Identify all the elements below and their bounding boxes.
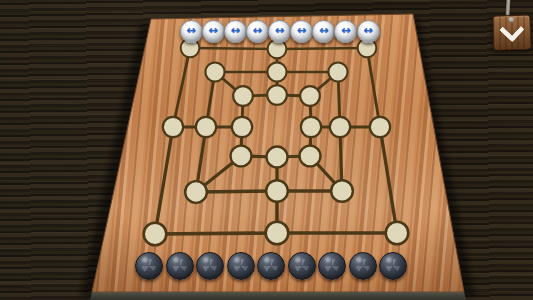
double-arrow-mark: ↔ <box>209 25 218 36</box>
white-reserve-marble-1[interactable]: ○↔ <box>180 20 203 43</box>
board-point-d6[interactable] <box>267 62 286 81</box>
board-point-g1[interactable] <box>386 222 409 245</box>
menu-pull-tab[interactable] <box>492 14 531 50</box>
double-arrow-mark: ↔ <box>363 25 372 36</box>
black-reserve-marble-3[interactable]: ● <box>196 252 224 280</box>
board-point-d3[interactable] <box>267 147 288 168</box>
white-reserve-marble-4[interactable]: ○↔ <box>246 20 269 43</box>
white-reserve-marble-6[interactable]: ○↔ <box>290 20 313 43</box>
table-scene: ○↔○↔○↔○↔○↔○↔○↔○↔○↔●●●●●●●●● <box>0 0 533 300</box>
white-reserve-marble-7[interactable]: ○↔ <box>312 20 335 43</box>
double-arrow-mark: ↔ <box>231 25 240 36</box>
board-line-d7-g7 <box>277 48 367 49</box>
pinwheel-pattern <box>294 259 308 273</box>
board-point-b4[interactable] <box>196 117 216 137</box>
board-point-c4[interactable] <box>232 117 252 137</box>
board-line-d1-a1 <box>155 233 277 234</box>
double-arrow-mark: ↔ <box>186 25 195 36</box>
black-reserve-marble-7[interactable]: ● <box>318 252 346 280</box>
pinwheel-pattern <box>264 259 278 273</box>
black-reserve-marble-5[interactable]: ● <box>257 252 285 280</box>
white-reserve-marble-3[interactable]: ○↔ <box>224 20 247 43</box>
chevron-down-icon <box>499 17 524 42</box>
board-point-f2[interactable] <box>331 180 353 202</box>
board-point-d1[interactable] <box>266 222 289 245</box>
board-point-e4[interactable] <box>301 117 321 137</box>
board-line-a7-d7 <box>190 48 277 49</box>
black-reserve-marble-1[interactable]: ● <box>135 252 163 280</box>
white-reserve-marble-2[interactable]: ○↔ <box>202 20 225 43</box>
pinwheel-pattern <box>386 259 400 273</box>
white-reserve-marble-5[interactable]: ○↔ <box>268 20 291 43</box>
board-point-d2[interactable] <box>266 180 288 202</box>
pinwheel-pattern <box>233 259 247 273</box>
board-point-b2[interactable] <box>185 181 207 203</box>
board-front-edge <box>90 292 466 300</box>
black-reserve-marble-2[interactable]: ● <box>166 252 194 280</box>
pinwheel-pattern <box>203 259 217 273</box>
double-arrow-mark: ↔ <box>319 25 328 36</box>
board-line-d2-b2 <box>196 191 277 192</box>
pinwheel-pattern <box>355 259 369 273</box>
board-point-c5[interactable] <box>233 86 253 106</box>
board-point-e5[interactable] <box>300 86 320 106</box>
board-point-b6[interactable] <box>205 62 224 81</box>
board-point-d5[interactable] <box>267 85 287 105</box>
black-reserve-marble-8[interactable]: ● <box>349 252 377 280</box>
double-arrow-mark: ↔ <box>275 25 284 36</box>
board-point-c3[interactable] <box>231 146 252 167</box>
black-reserve-marble-4[interactable]: ● <box>227 252 255 280</box>
board-point-g4[interactable] <box>370 117 390 137</box>
double-arrow-mark: ↔ <box>341 25 350 36</box>
pinwheel-pattern <box>142 259 156 273</box>
white-reserve-marble-8[interactable]: ○↔ <box>334 20 357 43</box>
board-point-f6[interactable] <box>328 62 347 81</box>
double-arrow-mark: ↔ <box>253 25 262 36</box>
board-point-a1[interactable] <box>144 223 167 246</box>
board-point-f4[interactable] <box>330 117 350 137</box>
double-arrow-mark: ↔ <box>297 25 306 36</box>
board-point-e3[interactable] <box>300 146 321 167</box>
board-point-a4[interactable] <box>163 117 183 137</box>
white-reserve-marble-9[interactable]: ○↔ <box>357 20 380 43</box>
black-reserve-marble-9[interactable]: ● <box>379 252 407 280</box>
pinwheel-pattern <box>172 259 186 273</box>
black-reserve-marble-6[interactable]: ● <box>288 252 316 280</box>
pinwheel-pattern <box>325 259 339 273</box>
